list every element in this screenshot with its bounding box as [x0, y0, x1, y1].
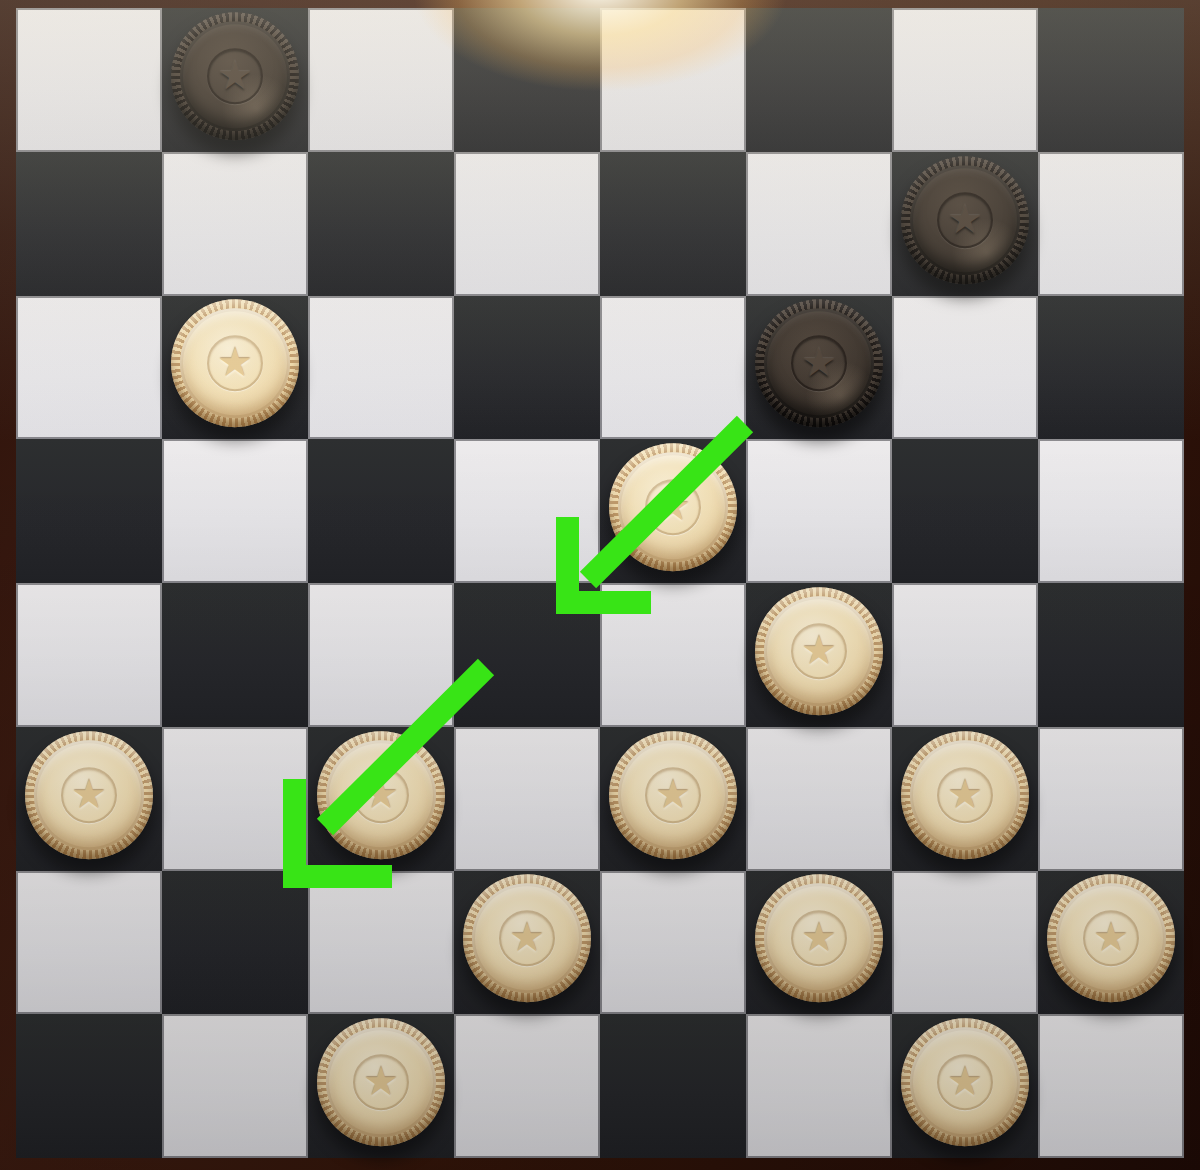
square-r7c1[interactable]: [16, 871, 162, 1015]
square-r4c8[interactable]: [1038, 439, 1184, 583]
square-r6c3[interactable]: ★: [308, 727, 454, 871]
star-emboss-icon: ★: [609, 773, 737, 813]
star-emboss-icon: ★: [901, 773, 1029, 813]
square-r3c1[interactable]: [16, 296, 162, 440]
square-r2c1[interactable]: [16, 152, 162, 296]
square-r6c7[interactable]: ★: [892, 727, 1038, 871]
square-r6c8[interactable]: [1038, 727, 1184, 871]
square-r8c2[interactable]: [162, 1014, 308, 1158]
square-r4c6[interactable]: [746, 439, 892, 583]
square-r7c5[interactable]: [600, 871, 746, 1015]
square-r4c1[interactable]: [16, 439, 162, 583]
square-r1c6[interactable]: [746, 8, 892, 152]
star-emboss-icon: ★: [609, 486, 737, 526]
square-r6c6[interactable]: [746, 727, 892, 871]
checker-light-man[interactable]: ★: [317, 1018, 445, 1146]
checker-light-man[interactable]: ★: [901, 731, 1029, 859]
square-r3c2[interactable]: ★: [162, 296, 308, 440]
square-r8c7[interactable]: ★: [892, 1014, 1038, 1158]
square-r8c8[interactable]: [1038, 1014, 1184, 1158]
square-r2c4[interactable]: [454, 152, 600, 296]
square-r7c4[interactable]: ★: [454, 871, 600, 1015]
star-emboss-icon: ★: [171, 54, 299, 94]
checker-light-man[interactable]: ★: [609, 443, 737, 571]
checker-dark-man[interactable]: ★: [901, 156, 1029, 284]
square-r5c5[interactable]: [600, 583, 746, 727]
square-r5c3[interactable]: [308, 583, 454, 727]
square-r3c7[interactable]: [892, 296, 1038, 440]
checker-dark-man[interactable]: ★: [171, 12, 299, 140]
star-emboss-icon: ★: [755, 629, 883, 669]
square-r6c1[interactable]: ★: [16, 727, 162, 871]
square-r1c3[interactable]: [308, 8, 454, 152]
square-r6c2[interactable]: [162, 727, 308, 871]
square-r5c1[interactable]: [16, 583, 162, 727]
square-r8c3[interactable]: ★: [308, 1014, 454, 1158]
square-r1c1[interactable]: [16, 8, 162, 152]
checkers-photo-page: { "game": "checkers", "board": { "rows":…: [0, 0, 1200, 1170]
square-r2c3[interactable]: [308, 152, 454, 296]
square-r1c4[interactable]: [454, 8, 600, 152]
star-emboss-icon: ★: [317, 773, 445, 813]
square-r1c2[interactable]: ★: [162, 8, 308, 152]
square-r4c3[interactable]: [308, 439, 454, 583]
square-r2c5[interactable]: [600, 152, 746, 296]
checker-light-man[interactable]: ★: [755, 875, 883, 1003]
square-r8c6[interactable]: [746, 1014, 892, 1158]
star-emboss-icon: ★: [1047, 917, 1175, 957]
star-emboss-icon: ★: [317, 1061, 445, 1101]
square-r8c4[interactable]: [454, 1014, 600, 1158]
square-r4c4[interactable]: [454, 439, 600, 583]
star-emboss-icon: ★: [901, 1061, 1029, 1101]
star-emboss-icon: ★: [25, 773, 153, 813]
square-r2c7[interactable]: ★: [892, 152, 1038, 296]
star-emboss-icon: ★: [901, 198, 1029, 238]
checker-light-man[interactable]: ★: [171, 300, 299, 428]
square-r2c2[interactable]: [162, 152, 308, 296]
square-r1c8[interactable]: [1038, 8, 1184, 152]
checker-light-man[interactable]: ★: [463, 875, 591, 1003]
checker-dark-man[interactable]: ★: [755, 300, 883, 428]
square-r3c5[interactable]: [600, 296, 746, 440]
square-r5c2[interactable]: [162, 583, 308, 727]
square-r5c8[interactable]: [1038, 583, 1184, 727]
square-r5c6[interactable]: ★: [746, 583, 892, 727]
square-r2c8[interactable]: [1038, 152, 1184, 296]
square-r1c5[interactable]: [600, 8, 746, 152]
square-r4c5[interactable]: ★: [600, 439, 746, 583]
square-r4c2[interactable]: [162, 439, 308, 583]
square-r8c5[interactable]: [600, 1014, 746, 1158]
square-r8c1[interactable]: [16, 1014, 162, 1158]
square-r3c8[interactable]: [1038, 296, 1184, 440]
checker-light-man[interactable]: ★: [317, 731, 445, 859]
square-r5c7[interactable]: [892, 583, 1038, 727]
square-r1c7[interactable]: [892, 8, 1038, 152]
square-r3c6[interactable]: ★: [746, 296, 892, 440]
square-r7c7[interactable]: [892, 871, 1038, 1015]
square-r7c2[interactable]: [162, 871, 308, 1015]
board: ★★★★★★★★★★★★★★★: [16, 8, 1184, 1158]
square-r6c4[interactable]: [454, 727, 600, 871]
square-r3c4[interactable]: [454, 296, 600, 440]
checker-light-man[interactable]: ★: [755, 587, 883, 715]
square-r7c3[interactable]: [308, 871, 454, 1015]
checker-light-man[interactable]: ★: [1047, 875, 1175, 1003]
star-emboss-icon: ★: [755, 917, 883, 957]
star-emboss-icon: ★: [755, 342, 883, 382]
checker-light-man[interactable]: ★: [25, 731, 153, 859]
star-emboss-icon: ★: [171, 342, 299, 382]
checker-light-man[interactable]: ★: [609, 731, 737, 859]
star-emboss-icon: ★: [463, 917, 591, 957]
square-r5c4[interactable]: [454, 583, 600, 727]
square-r7c8[interactable]: ★: [1038, 871, 1184, 1015]
square-r7c6[interactable]: ★: [746, 871, 892, 1015]
square-r6c5[interactable]: ★: [600, 727, 746, 871]
square-r4c7[interactable]: [892, 439, 1038, 583]
square-r2c6[interactable]: [746, 152, 892, 296]
checker-light-man[interactable]: ★: [901, 1018, 1029, 1146]
square-r3c3[interactable]: [308, 296, 454, 440]
